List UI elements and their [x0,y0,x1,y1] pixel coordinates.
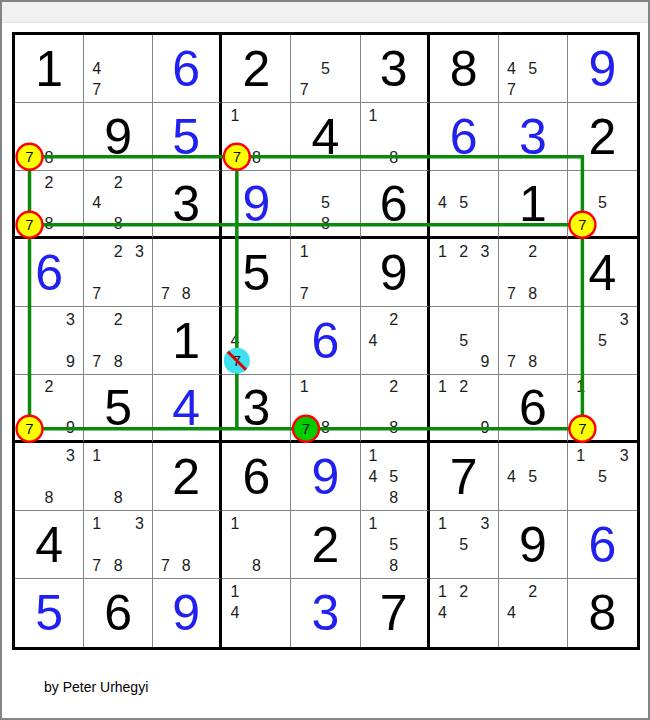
given-digit: 1 [172,316,200,366]
cell-r6c8[interactable]: 6 [499,375,568,443]
given-digit: 5 [242,248,270,298]
cell-r8c1[interactable]: 4 [15,511,84,579]
solved-digit: 6 [589,520,617,570]
given-digit: 4 [589,248,617,298]
pencil-marks: 135 [570,445,635,508]
candidate-digit: 8 [107,487,128,508]
app-window: 1476257384579789517841863227824839586451… [0,0,650,720]
candidate-digit: 3 [129,513,150,534]
cell-r9c9[interactable]: 8 [568,579,637,647]
cell-r1c7[interactable]: 8 [430,35,499,103]
cell-r3c8[interactable]: 1 [499,171,568,239]
given-digit: 3 [172,179,200,229]
candidate-digit: 1 [363,445,384,466]
candidate-digit: 8 [383,487,404,508]
top-bar [2,2,648,23]
candidate-digit: 8 [107,351,128,372]
candidate-digit: 7 [224,147,245,168]
pencil-marks: 178 [224,105,288,168]
cell-r7c3[interactable]: 2 [153,443,222,511]
cell-r3c3[interactable]: 3 [153,171,222,239]
candidate-digit: 8 [315,418,336,438]
candidate-digit: 7 [86,351,107,372]
given-digit: 7 [380,588,408,638]
candidate-digit: 3 [613,445,635,466]
cell-r5c3[interactable]: 1 [153,307,222,375]
cell-r3c5[interactable]: 58 [291,171,360,239]
solved-digit: 9 [242,179,270,229]
solved-digit: 9 [172,588,200,638]
pencil-marks: 123 [432,241,496,304]
cell-r2c2[interactable]: 9 [84,103,153,171]
given-digit: 9 [519,520,547,570]
candidate-digit: 4 [224,330,245,351]
cell-r1c5[interactable]: 57 [291,35,360,103]
candidate-digit: 4 [86,58,107,79]
pencil-marks: 17 [293,241,357,304]
candidate-digit: 5 [592,330,614,351]
cell-r7c9[interactable]: 135 [568,443,637,511]
candidate-digit: 7 [293,418,314,438]
pencil-marks: 45 [501,445,565,508]
candidate-digit: 5 [383,466,404,487]
given-digit: 7 [450,452,478,502]
solved-digit: 6 [450,112,478,162]
candidate-digit: 5 [522,58,543,79]
cell-r5c9[interactable]: 35 [568,307,637,375]
pencil-marks: 78 [17,105,81,168]
pencil-marks: 278 [17,173,81,234]
pencil-marks: 237 [86,241,150,304]
pencil-marks: 14 [224,581,288,645]
candidate-digit: 5 [522,466,543,487]
cell-r3c7[interactable]: 45 [430,171,499,239]
pencil-marks: 59 [432,309,496,372]
cell-r5c6[interactable]: 24 [361,307,430,375]
candidate-digit: 2 [522,581,543,602]
candidate-digit: 7 [155,555,176,576]
pencil-marks: 28 [363,377,425,438]
pencil-marks: 18 [224,513,288,576]
cell-r1c6[interactable]: 3 [361,35,430,103]
given-digit: 2 [589,112,617,162]
candidate-digit: 2 [453,241,474,262]
given-digit: 3 [242,383,270,433]
pencil-marks: 178 [293,377,357,438]
candidate-digit: 1 [363,105,384,126]
cell-r3c2[interactable]: 248 [84,171,153,239]
solved-digit: 9 [312,452,340,502]
solved-digit: 5 [35,588,63,638]
cell-r8c5[interactable]: 2 [291,511,360,579]
given-digit: 1 [519,179,547,229]
candidate-digit: 8 [38,147,59,168]
candidate-digit: 7 [17,418,38,438]
given-digit: 6 [104,588,132,638]
pencil-marks: 47 [86,37,150,100]
candidate-digit: 7 [86,555,107,576]
candidate-digit: 7 [293,79,314,100]
given-digit: 2 [242,44,270,94]
cell-r4c6[interactable]: 9 [361,239,430,307]
cell-r8c9[interactable]: 6 [568,511,637,579]
candidate-digit: 1 [570,445,592,466]
credit-text: by Peter Urhegyi [44,679,148,695]
pencil-marks: 38 [17,445,81,508]
candidate-digit: 1 [432,513,453,534]
pencil-marks: 18 [86,445,150,508]
cell-r8c8[interactable]: 9 [499,511,568,579]
pencil-marks: 78 [501,309,565,372]
cell-r1c4[interactable]: 2 [222,35,291,103]
candidate-digit: 5 [315,193,336,213]
cell-r5c2[interactable]: 278 [84,307,153,375]
cell-r6c2[interactable]: 5 [84,375,153,443]
candidate-digit: 2 [107,241,128,262]
cell-r3c1[interactable]: 278 [15,171,84,239]
cell-r4c5[interactable]: 17 [291,239,360,307]
pencil-marks: 47 [224,309,288,372]
given-digit: 6 [519,383,547,433]
given-digit: 9 [380,248,408,298]
cell-r6c1[interactable]: 279 [15,375,84,443]
cell-r7c8[interactable]: 45 [499,443,568,511]
cell-r2c7[interactable]: 6 [430,103,499,171]
cell-r7c1[interactable]: 38 [15,443,84,511]
given-digit: 8 [450,44,478,94]
pencil-marks: 24 [501,581,565,645]
cell-r4c8[interactable]: 278 [499,239,568,307]
pencil-marks: 24 [363,309,425,372]
candidate-digit: 3 [60,445,81,466]
cell-r2c4[interactable]: 178 [222,103,291,171]
cell-r5c1[interactable]: 39 [15,307,84,375]
sudoku-board: 1476257384579789517841863227824839586451… [12,32,640,650]
pencil-marks: 18 [363,105,425,168]
given-digit: 3 [380,44,408,94]
solved-digit: 6 [312,316,340,366]
candidate-digit: 5 [592,466,614,487]
candidate-digit: 9 [60,418,81,438]
candidate-digit: 1 [293,241,314,262]
cell-r6c3[interactable]: 4 [153,375,222,443]
candidate-digit: 8 [38,487,59,508]
cell-r8c3[interactable]: 78 [153,511,222,579]
given-digit: 2 [312,520,340,570]
candidate-digit: 8 [246,147,267,168]
candidate-digit: 1 [570,377,592,397]
candidate-digit: 8 [246,555,267,576]
candidate-digit: 2 [453,581,474,602]
solved-digit: 6 [35,248,63,298]
cell-r4c9[interactable]: 4 [568,239,637,307]
candidate-digit: 3 [129,241,150,262]
candidate-digit: 7 [501,79,522,100]
candidate-digit: 2 [522,241,543,262]
candidate-digit: 7 [86,79,107,100]
cell-r2c5[interactable]: 4 [291,103,360,171]
cell-r7c2[interactable]: 18 [84,443,153,511]
candidate-digit: 7 [570,214,592,234]
pencil-marks: 1378 [86,513,150,576]
candidate-digit: 8 [107,214,128,234]
cell-r2c6[interactable]: 18 [361,103,430,171]
candidate-digit: 8 [383,555,404,576]
cell-r9c2[interactable]: 6 [84,579,153,647]
candidate-digit: 2 [453,377,474,397]
solved-digit: 3 [312,588,340,638]
solved-digit: 4 [172,383,200,433]
candidate-digit: 2 [383,377,404,397]
cell-r2c1[interactable]: 78 [15,103,84,171]
candidate-digit: 7 [17,214,38,234]
cell-r8c2[interactable]: 1378 [84,511,153,579]
pencil-marks: 457 [501,37,565,100]
given-digit: 6 [242,452,270,502]
cell-r5c5[interactable]: 6 [291,307,360,375]
pencil-marks: 278 [501,241,565,304]
pencil-marks: 58 [293,173,357,234]
cell-r6c9[interactable]: 17 [568,375,637,443]
candidate-digit: 5 [453,534,474,555]
candidate-digit: 7 [86,283,107,304]
candidate-digit: 7 [224,351,245,372]
cell-r7c5[interactable]: 9 [291,443,360,511]
cell-r5c7[interactable]: 59 [430,307,499,375]
candidate-digit: 8 [176,555,197,576]
cell-r2c9[interactable]: 2 [568,103,637,171]
pencil-marks: 57 [293,37,357,100]
cell-r1c8[interactable]: 457 [499,35,568,103]
cell-r9c7[interactable]: 124 [430,579,499,647]
candidate-digit: 9 [60,351,81,372]
candidate-digit: 2 [107,309,128,330]
cell-r8c6[interactable]: 158 [361,511,430,579]
cell-r4c2[interactable]: 237 [84,239,153,307]
candidate-digit: 1 [432,241,453,262]
candidate-digit: 4 [363,330,384,351]
candidate-digit: 5 [315,58,336,79]
candidate-digit: 7 [501,283,522,304]
pencil-marks: 279 [17,377,81,438]
cell-r4c3[interactable]: 78 [153,239,222,307]
given-digit: 5 [104,383,132,433]
candidate-digit: 5 [383,534,404,555]
candidate-digit: 4 [501,58,522,79]
cell-r2c3[interactable]: 5 [153,103,222,171]
candidate-digit: 2 [38,173,59,193]
pencil-marks: 1458 [363,445,425,508]
cell-r9c1[interactable]: 5 [15,579,84,647]
given-digit: 1 [35,44,63,94]
candidate-digit: 7 [155,283,176,304]
candidate-digit: 8 [107,555,128,576]
candidate-digit: 1 [224,105,245,126]
candidate-digit: 4 [224,602,245,623]
candidate-digit: 3 [613,309,635,330]
solved-digit: 5 [172,112,200,162]
candidate-digit: 8 [176,283,197,304]
candidate-digit: 8 [522,351,543,372]
candidate-digit: 2 [383,309,404,330]
given-digit: 6 [380,179,408,229]
candidate-digit: 1 [224,513,245,534]
candidate-digit: 2 [38,377,59,397]
cell-r9c6[interactable]: 7 [361,579,430,647]
pencil-marks: 129 [432,377,496,438]
candidate-digit: 8 [383,418,404,438]
candidate-digit: 1 [432,581,453,602]
cell-r9c3[interactable]: 9 [153,579,222,647]
given-digit: 8 [589,588,617,638]
candidate-digit: 7 [570,418,592,438]
cell-r4c7[interactable]: 123 [430,239,499,307]
solved-digit: 9 [589,44,617,94]
candidate-digit: 5 [453,193,474,213]
cell-r1c2[interactable]: 47 [84,35,153,103]
cell-r3c4[interactable]: 9 [222,171,291,239]
candidate-digit: 4 [432,602,453,623]
cell-r7c6[interactable]: 1458 [361,443,430,511]
candidate-digit: 3 [474,241,495,262]
candidate-digit: 1 [363,513,384,534]
candidate-digit: 3 [60,309,81,330]
pencil-marks: 78 [155,513,217,576]
candidate-digit: 8 [522,283,543,304]
cell-r8c7[interactable]: 135 [430,511,499,579]
candidate-digit: 5 [592,193,614,213]
candidate-digit: 1 [224,581,245,602]
given-digit: 4 [312,112,340,162]
candidate-digit: 8 [383,147,404,168]
candidate-digit: 4 [501,466,522,487]
candidate-digit: 2 [107,173,128,193]
cell-r7c4[interactable]: 6 [222,443,291,511]
pencil-marks: 124 [432,581,496,645]
cell-r6c4[interactable]: 3 [222,375,291,443]
candidate-digit: 4 [363,466,384,487]
pencil-marks: 57 [570,173,635,234]
cell-r8c4[interactable]: 18 [222,511,291,579]
candidate-digit: 7 [293,283,314,304]
pencil-marks: 248 [86,173,150,234]
cell-r5c4[interactable]: 47 [222,307,291,375]
candidate-digit: 4 [432,193,453,213]
cell-r3c6[interactable]: 6 [361,171,430,239]
candidate-digit: 5 [453,330,474,351]
pencil-marks: 135 [432,513,496,576]
pencil-marks: 17 [570,377,635,438]
pencil-marks: 278 [86,309,150,372]
candidate-digit: 1 [432,377,453,397]
given-digit: 2 [172,452,200,502]
candidate-digit: 4 [501,602,522,623]
cell-r6c5[interactable]: 178 [291,375,360,443]
pencil-marks: 158 [363,513,425,576]
cell-r6c6[interactable]: 28 [361,375,430,443]
solved-digit: 6 [172,44,200,94]
cell-r9c5[interactable]: 3 [291,579,360,647]
cell-r9c4[interactable]: 14 [222,579,291,647]
candidate-digit: 1 [293,377,314,397]
cell-r1c3[interactable]: 6 [153,35,222,103]
cell-r1c9[interactable]: 9 [568,35,637,103]
candidate-digit: 3 [474,513,495,534]
candidate-digit: 1 [86,445,107,466]
solved-digit: 3 [519,112,547,162]
candidate-digit: 8 [315,214,336,234]
candidate-digit: 9 [474,418,495,438]
cell-r6c7[interactable]: 129 [430,375,499,443]
given-digit: 9 [104,112,132,162]
pencil-marks: 35 [570,309,635,372]
candidate-digit: 1 [86,513,107,534]
candidate-digit: 9 [474,351,495,372]
cell-r2c8[interactable]: 3 [499,103,568,171]
cell-r9c8[interactable]: 24 [499,579,568,647]
candidate-digit: 8 [38,214,59,234]
candidate-digit: 7 [501,351,522,372]
given-digit: 4 [35,520,63,570]
candidate-digit: 4 [86,193,107,213]
cell-r3c9[interactable]: 57 [568,171,637,239]
pencil-marks: 45 [432,173,496,234]
pencil-marks: 39 [17,309,81,372]
cell-r5c8[interactable]: 78 [499,307,568,375]
cell-r1c1[interactable]: 1 [15,35,84,103]
candidate-digit: 7 [17,147,38,168]
pencil-marks: 78 [155,241,217,304]
cell-r4c1[interactable]: 6 [15,239,84,307]
cell-r4c4[interactable]: 5 [222,239,291,307]
cell-r7c7[interactable]: 7 [430,443,499,511]
